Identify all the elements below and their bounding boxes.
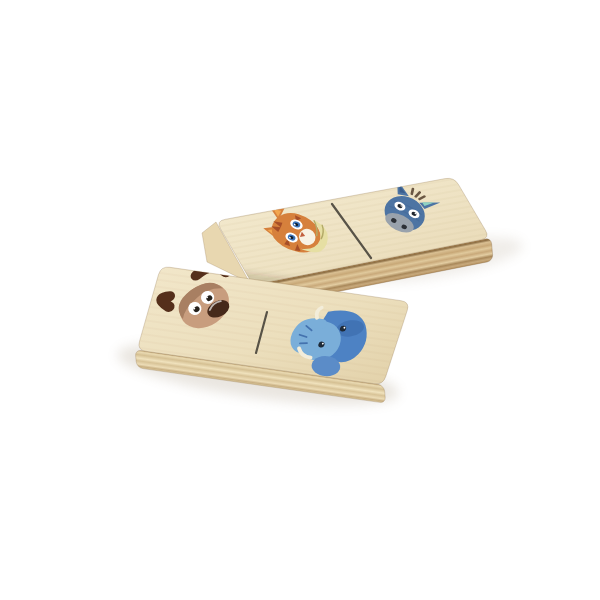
product-photo-animal-dominoes: Two wooden animal domino tiles on a whit… [0,0,600,600]
dominoes-photo-canvas: Two wooden animal domino tiles on a whit… [0,0,600,600]
